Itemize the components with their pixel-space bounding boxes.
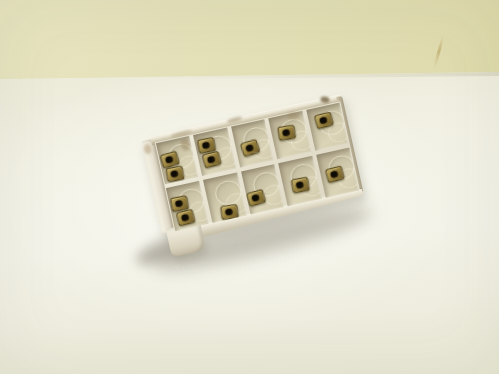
insert-center-hole	[164, 156, 174, 165]
insert-center-hole	[170, 171, 179, 179]
photo-scene	[0, 0, 499, 374]
tray-compartment-r0-c1	[193, 128, 236, 176]
carbide-insert	[166, 166, 185, 183]
tray-compartment-r1-c3	[278, 156, 321, 206]
insert-center-hole	[244, 144, 254, 153]
insert-center-hole	[281, 129, 290, 137]
carbide-insert	[246, 189, 266, 207]
tray-compartment-r0-c2	[231, 119, 274, 167]
insert-center-hole	[181, 214, 190, 223]
carbide-insert	[325, 165, 345, 183]
tray-compartment-r1-c2	[241, 164, 284, 214]
carbide-insert	[277, 124, 296, 140]
insert-center-hole	[207, 155, 217, 164]
tray-compartment-r0-c4	[306, 103, 349, 151]
carbide-insert	[314, 112, 334, 130]
carbide-insert	[220, 204, 239, 220]
insert-center-hole	[251, 194, 261, 203]
carbide-insert	[176, 209, 196, 227]
tray-compartment-r1-c1	[203, 172, 246, 222]
insert-center-hole	[202, 141, 211, 149]
tray-compartment-r0-c3	[268, 111, 311, 159]
insert-center-hole	[175, 200, 184, 208]
tray-compartment-r0-c0	[156, 136, 199, 184]
carbide-insert	[202, 150, 222, 168]
tray-compartment-r1-c0	[166, 181, 209, 231]
insert-center-hole	[225, 208, 234, 216]
insert-center-hole	[319, 117, 329, 126]
carbide-insert	[291, 176, 310, 193]
wall-scratch-mark	[432, 35, 444, 71]
insert-center-hole	[330, 170, 339, 179]
carbide-insert	[239, 139, 260, 158]
insert-center-hole	[296, 181, 305, 189]
